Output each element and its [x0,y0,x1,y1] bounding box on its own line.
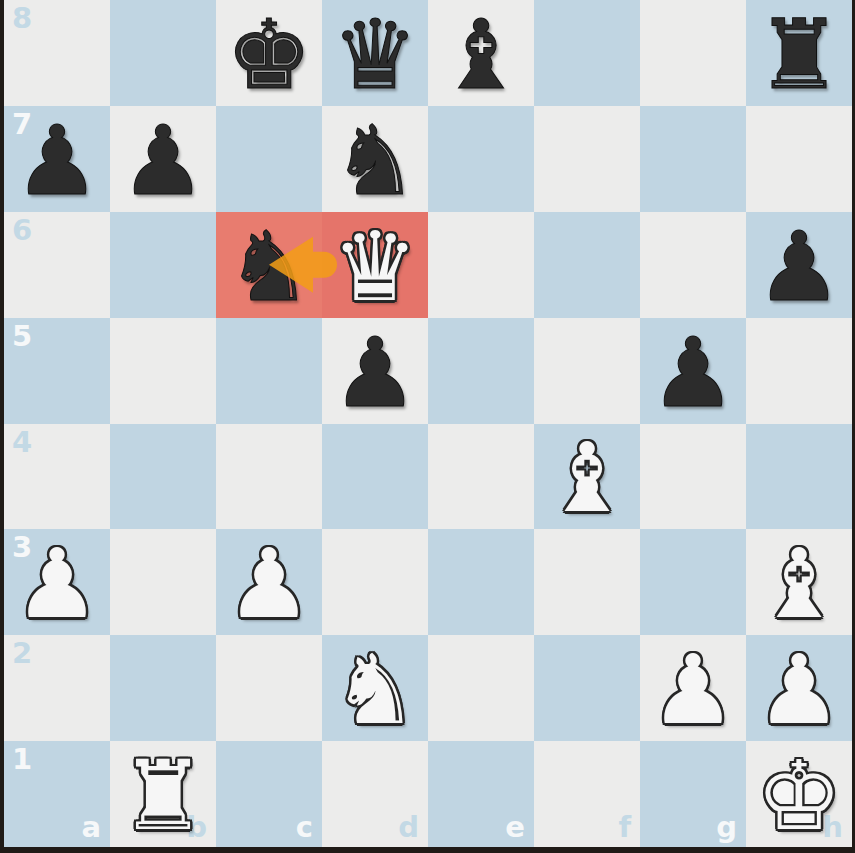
square-g5[interactable]: ♟ [640,318,746,424]
square-h8[interactable]: ♜ [746,0,852,106]
white-knight-d2-piece[interactable]: ♞ [322,637,428,743]
rank-label-5: 5 [12,322,32,351]
white-pawn-h2-piece[interactable]: ♟ [746,637,852,743]
square-a2[interactable]: 2 [4,635,110,741]
square-d4[interactable] [322,424,428,530]
rank-label-8: 8 [12,4,32,33]
square-e1[interactable]: e [428,741,534,847]
white-bishop-f4-piece[interactable]: ♝ [534,426,640,532]
black-knight-c6-piece[interactable]: ♞ [216,214,322,320]
square-a8[interactable]: 8 [4,0,110,106]
square-h2[interactable]: ♟ [746,635,852,741]
white-rook-b1-piece[interactable]: ♜ [110,743,216,849]
square-a4[interactable]: 4 [4,424,110,530]
black-queen-d8-piece[interactable]: ♛ [322,2,428,108]
square-f5[interactable] [534,318,640,424]
square-c6[interactable]: ♞ [216,212,322,318]
square-f7[interactable] [534,106,640,212]
square-f8[interactable] [534,0,640,106]
black-pawn-g5-piece[interactable]: ♟ [640,320,746,426]
square-f3[interactable] [534,529,640,635]
square-e2[interactable] [428,635,534,741]
square-e6[interactable] [428,212,534,318]
black-knight-d7-piece[interactable]: ♞ [322,108,428,214]
black-pawn-b7-piece[interactable]: ♟ [110,108,216,214]
square-c2[interactable] [216,635,322,741]
white-pawn-a3-piece[interactable]: ♟ [4,531,110,637]
chess-board: 8♚♛♝♜7♟♟♞6♞♛♟5♟♟4♝3♟♟♝2♞♟♟1ab♜cdefgh♚ [4,0,852,847]
square-a3[interactable]: 3♟ [4,529,110,635]
square-c8[interactable]: ♚ [216,0,322,106]
square-g3[interactable] [640,529,746,635]
rank-label-4: 4 [12,428,32,457]
square-e8[interactable]: ♝ [428,0,534,106]
square-b5[interactable] [110,318,216,424]
square-e3[interactable] [428,529,534,635]
square-g6[interactable] [640,212,746,318]
square-b8[interactable] [110,0,216,106]
square-d7[interactable]: ♞ [322,106,428,212]
rank-label-6: 6 [12,216,32,245]
square-a7[interactable]: 7♟ [4,106,110,212]
square-a1[interactable]: 1a [4,741,110,847]
black-rook-h8-piece[interactable]: ♜ [746,2,852,108]
square-h3[interactable]: ♝ [746,529,852,635]
rank-label-1: 1 [12,745,32,774]
file-label-c: c [296,813,313,842]
square-g7[interactable] [640,106,746,212]
square-h7[interactable] [746,106,852,212]
square-f1[interactable]: f [534,741,640,847]
white-bishop-h3-piece[interactable]: ♝ [746,531,852,637]
black-pawn-h6-piece[interactable]: ♟ [746,214,852,320]
square-f6[interactable] [534,212,640,318]
file-label-d: d [398,813,419,842]
square-e4[interactable] [428,424,534,530]
square-h5[interactable] [746,318,852,424]
square-b7[interactable]: ♟ [110,106,216,212]
square-a6[interactable]: 6 [4,212,110,318]
square-b6[interactable] [110,212,216,318]
file-label-e: e [505,813,525,842]
square-g1[interactable]: g [640,741,746,847]
square-c4[interactable] [216,424,322,530]
square-e7[interactable] [428,106,534,212]
square-d5[interactable]: ♟ [322,318,428,424]
square-d3[interactable] [322,529,428,635]
square-f2[interactable] [534,635,640,741]
white-queen-d6-piece[interactable]: ♛ [322,214,428,320]
square-a5[interactable]: 5 [4,318,110,424]
white-king-h1-piece[interactable]: ♚ [746,743,852,849]
square-d8[interactable]: ♛ [322,0,428,106]
square-b3[interactable] [110,529,216,635]
square-g8[interactable] [640,0,746,106]
square-g2[interactable]: ♟ [640,635,746,741]
file-label-g: g [716,813,737,842]
chess-app-window: 8♚♛♝♜7♟♟♞6♞♛♟5♟♟4♝3♟♟♝2♞♟♟1ab♜cdefgh♚ [0,0,855,853]
rank-label-2: 2 [12,639,32,668]
black-bishop-e8-piece[interactable]: ♝ [428,2,534,108]
white-pawn-g2-piece[interactable]: ♟ [640,637,746,743]
square-g4[interactable] [640,424,746,530]
black-pawn-d5-piece[interactable]: ♟ [322,320,428,426]
square-c5[interactable] [216,318,322,424]
square-b1[interactable]: b♜ [110,741,216,847]
square-b2[interactable] [110,635,216,741]
black-pawn-a7-piece[interactable]: ♟ [4,108,110,214]
file-label-f: f [618,813,631,842]
square-c3[interactable]: ♟ [216,529,322,635]
square-c1[interactable]: c [216,741,322,847]
black-king-c8-piece[interactable]: ♚ [216,2,322,108]
file-label-a: a [81,813,101,842]
square-c7[interactable] [216,106,322,212]
square-f4[interactable]: ♝ [534,424,640,530]
square-h6[interactable]: ♟ [746,212,852,318]
square-e5[interactable] [428,318,534,424]
square-d1[interactable]: d [322,741,428,847]
white-pawn-c3-piece[interactable]: ♟ [216,531,322,637]
square-d6[interactable]: ♛ [322,212,428,318]
square-b4[interactable] [110,424,216,530]
square-h4[interactable] [746,424,852,530]
square-h1[interactable]: h♚ [746,741,852,847]
square-d2[interactable]: ♞ [322,635,428,741]
